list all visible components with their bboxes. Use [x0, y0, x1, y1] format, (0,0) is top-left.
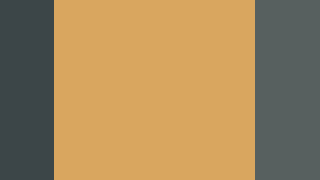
right-sidebar — [255, 0, 320, 180]
row-labels-left — [55, 3, 60, 176]
go-review-screen — [0, 0, 320, 180]
go-board[interactable] — [60, 3, 249, 176]
left-sidebar — [0, 0, 54, 180]
